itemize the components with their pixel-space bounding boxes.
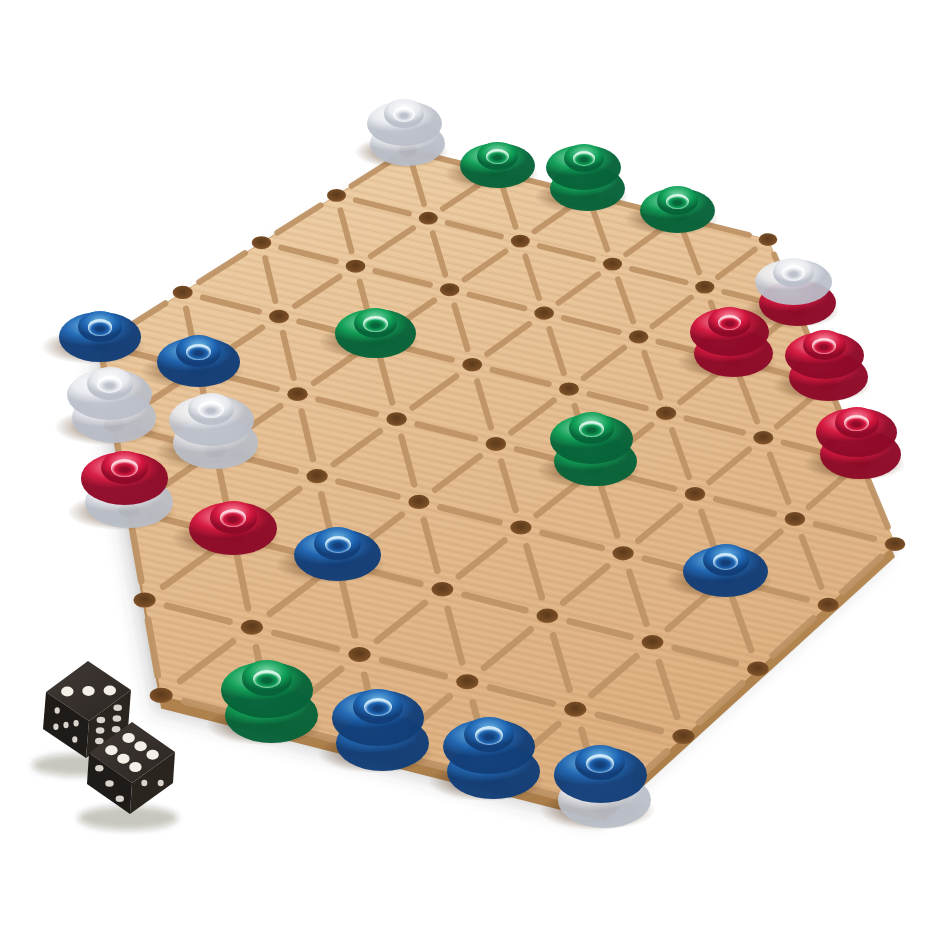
board-hole-0-1	[510, 520, 531, 534]
die-1-right-pip	[97, 717, 106, 724]
board-hole-3--3	[695, 281, 714, 294]
die-1-right-pip	[96, 727, 105, 734]
die-2-left-pip	[95, 765, 103, 772]
die-2-top-pip	[146, 750, 158, 760]
board-hole-2--2	[629, 330, 649, 343]
hexagonal-board	[0, 0, 946, 946]
die-1-top-pip	[82, 686, 94, 696]
board-hole--1-0	[386, 412, 407, 426]
board-hole--4-2	[118, 503, 140, 518]
board-hole--1-1	[408, 495, 429, 509]
board-hole-4--2	[818, 378, 838, 391]
board-hole--2--1	[269, 310, 289, 323]
board-hole-1--4	[488, 166, 507, 178]
die-2-top-pip	[134, 741, 146, 751]
board-hole--1-4	[482, 772, 505, 787]
board-hole--2-4	[371, 744, 394, 759]
board-hole-0--1	[462, 358, 482, 371]
board-hole-2--3	[603, 258, 622, 271]
die-1-right-pip	[113, 715, 122, 722]
die-1-top-pip	[61, 687, 73, 697]
board-hole--3-4	[260, 716, 283, 731]
board-hole--1-2	[432, 582, 454, 597]
board-hole-3--4	[668, 211, 687, 223]
die-2-right-pip	[141, 780, 147, 787]
board-hole-1-2	[642, 635, 664, 650]
die-2-top-pip	[129, 762, 141, 772]
board-hole-4--3	[788, 304, 807, 317]
board-hole--1--1	[366, 334, 386, 347]
board-hole--4-0	[90, 338, 111, 352]
board-hole-3--2	[724, 354, 744, 367]
board-hole--2-3	[348, 647, 370, 662]
die-2-top-pip	[105, 745, 117, 755]
board-hole--3-0	[188, 363, 209, 377]
die-2-left-pip	[105, 780, 113, 787]
board-hole-3-0	[785, 512, 806, 526]
board-hole-1--2	[534, 307, 554, 320]
die-1-right-pip	[95, 738, 104, 745]
board-hole-1-3	[672, 729, 694, 744]
board-hole-1--1	[559, 382, 579, 395]
die-1-left-pip	[55, 707, 60, 714]
board-hole-2--1	[656, 407, 676, 420]
board-hole--2-1	[307, 469, 328, 483]
board-hole--3--1	[173, 286, 193, 299]
board-hole-4--1	[851, 455, 871, 468]
board-hole--2-0	[287, 387, 308, 401]
die-1-left-pip	[72, 736, 77, 743]
board-hole--4-1	[104, 418, 125, 432]
die-1-right-pip	[113, 704, 122, 711]
board-hole-2-1	[715, 572, 736, 586]
board-hole-3--1	[753, 431, 773, 444]
board-hole--2--2	[252, 236, 272, 249]
board-hole--1--3	[327, 189, 346, 202]
board-hole-0--4	[399, 144, 418, 156]
die-2-left-pip	[116, 796, 124, 803]
die-1-left-pip	[53, 724, 58, 731]
scene	[0, 0, 946, 946]
board-hole-0--3	[419, 212, 438, 225]
board-hole--3-2	[222, 529, 244, 544]
die-1-top-pip	[104, 686, 116, 696]
board-hole-1-0	[585, 462, 606, 476]
board-hole--4-3	[133, 593, 155, 608]
board-hole-1-1	[613, 546, 634, 560]
board-hole-2-2	[747, 662, 769, 677]
die-1-left-pip	[63, 722, 68, 729]
board-hole-2-0	[685, 487, 706, 501]
board-hole-0--2	[440, 283, 460, 296]
board-hole--1--2	[346, 260, 366, 273]
die-2-top-pip	[117, 754, 129, 764]
board-hole-0-0	[486, 437, 507, 451]
board-hole--2-2	[327, 556, 349, 571]
die-2-right-pip	[158, 780, 164, 787]
board-hole--3-1	[205, 444, 226, 458]
board-hole-0-2	[536, 609, 558, 624]
board-hole-4-0	[885, 537, 906, 551]
board-hole--1-3	[456, 674, 478, 689]
board-hole-0-4	[593, 801, 616, 816]
board-hole-4--4	[759, 233, 778, 246]
board-hole--3-3	[241, 620, 263, 635]
die-1-left-pip	[74, 720, 79, 727]
board-hole-2--4	[578, 189, 597, 201]
board-hole-0-3	[564, 702, 586, 717]
board-hole-1--3	[511, 235, 530, 248]
board-hole-3-1	[818, 598, 839, 612]
die-2-top-pip	[122, 733, 134, 743]
board-hole--4-4	[150, 688, 173, 703]
